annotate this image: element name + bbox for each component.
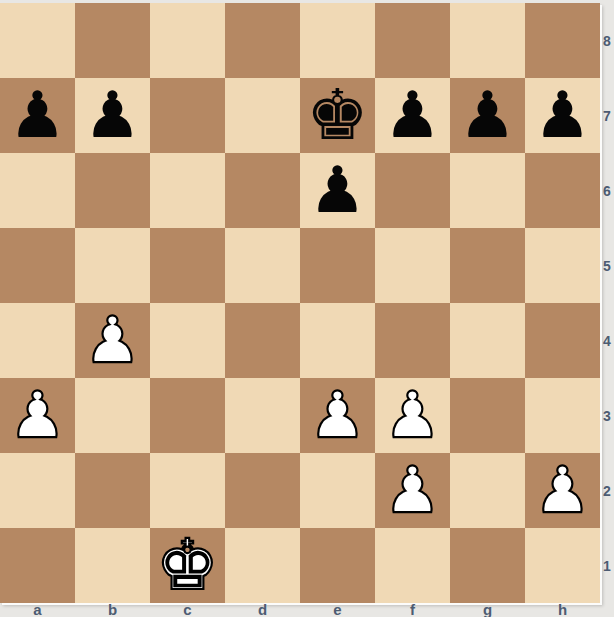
square-b4[interactable]: ♟ — [75, 303, 150, 378]
square-h4[interactable] — [525, 303, 600, 378]
square-g5[interactable] — [450, 228, 525, 303]
file-label-g: g — [450, 602, 525, 617]
square-d5[interactable] — [225, 228, 300, 303]
white-pawn[interactable]: ♟ — [309, 378, 366, 453]
square-e4[interactable] — [300, 303, 375, 378]
square-c6[interactable] — [150, 153, 225, 228]
square-f6[interactable] — [375, 153, 450, 228]
square-h3[interactable] — [525, 378, 600, 453]
square-e8[interactable] — [300, 3, 375, 78]
square-f3[interactable]: ♟ — [375, 378, 450, 453]
square-g3[interactable] — [450, 378, 525, 453]
square-g4[interactable] — [450, 303, 525, 378]
square-d4[interactable] — [225, 303, 300, 378]
white-pawn[interactable]: ♟ — [384, 453, 441, 528]
square-d6[interactable] — [225, 153, 300, 228]
file-label-a: a — [0, 602, 75, 617]
square-a5[interactable] — [0, 228, 75, 303]
square-a4[interactable] — [0, 303, 75, 378]
square-e5[interactable] — [300, 228, 375, 303]
square-f5[interactable] — [375, 228, 450, 303]
rank-coordinates: 87654321 — [600, 3, 614, 603]
rank-label-2: 2 — [600, 453, 614, 528]
square-a2[interactable] — [0, 453, 75, 528]
rank-label-4: 4 — [600, 303, 614, 378]
square-a7[interactable]: ♟ — [0, 78, 75, 153]
square-a6[interactable] — [0, 153, 75, 228]
square-g1[interactable] — [450, 528, 525, 603]
file-coordinates: abcdefgh — [0, 602, 600, 617]
square-h2[interactable]: ♟ — [525, 453, 600, 528]
rank-label-8: 8 — [600, 3, 614, 78]
square-e3[interactable]: ♟ — [300, 378, 375, 453]
square-e1[interactable] — [300, 528, 375, 603]
square-g2[interactable] — [450, 453, 525, 528]
file-label-d: d — [225, 602, 300, 617]
square-e2[interactable] — [300, 453, 375, 528]
square-e6[interactable]: ♟ — [300, 153, 375, 228]
white-pawn[interactable]: ♟ — [9, 378, 66, 453]
file-label-b: b — [75, 602, 150, 617]
square-b2[interactable] — [75, 453, 150, 528]
file-label-h: h — [525, 602, 600, 617]
file-label-c: c — [150, 602, 225, 617]
square-f1[interactable] — [375, 528, 450, 603]
square-d7[interactable] — [225, 78, 300, 153]
black-pawn[interactable]: ♟ — [84, 78, 141, 153]
square-a8[interactable] — [0, 3, 75, 78]
rank-label-6: 6 — [600, 153, 614, 228]
square-b5[interactable] — [75, 228, 150, 303]
square-c8[interactable] — [150, 3, 225, 78]
square-c7[interactable] — [150, 78, 225, 153]
square-h7[interactable]: ♟ — [525, 78, 600, 153]
black-pawn[interactable]: ♟ — [9, 78, 66, 153]
square-f4[interactable] — [375, 303, 450, 378]
black-king[interactable]: ♚ — [306, 78, 369, 153]
square-g7[interactable]: ♟ — [450, 78, 525, 153]
square-a1[interactable] — [0, 528, 75, 603]
file-label-e: e — [300, 602, 375, 617]
black-pawn[interactable]: ♟ — [309, 153, 366, 228]
square-h1[interactable] — [525, 528, 600, 603]
rank-label-3: 3 — [600, 378, 614, 453]
square-b7[interactable]: ♟ — [75, 78, 150, 153]
chess-board: ♟♟♚♟♟♟♟♟♟♟♟♟♟♚ — [0, 3, 600, 603]
square-b6[interactable] — [75, 153, 150, 228]
square-g6[interactable] — [450, 153, 525, 228]
square-d1[interactable] — [225, 528, 300, 603]
rank-label-1: 1 — [600, 528, 614, 603]
black-pawn[interactable]: ♟ — [459, 78, 516, 153]
square-g8[interactable] — [450, 3, 525, 78]
square-a3[interactable]: ♟ — [0, 378, 75, 453]
square-e7[interactable]: ♚ — [300, 78, 375, 153]
square-c4[interactable] — [150, 303, 225, 378]
square-c1[interactable]: ♚ — [150, 528, 225, 603]
file-label-f: f — [375, 602, 450, 617]
square-d2[interactable] — [225, 453, 300, 528]
square-h5[interactable] — [525, 228, 600, 303]
square-b8[interactable] — [75, 3, 150, 78]
square-d8[interactable] — [225, 3, 300, 78]
square-c5[interactable] — [150, 228, 225, 303]
square-c2[interactable] — [150, 453, 225, 528]
square-b3[interactable] — [75, 378, 150, 453]
white-pawn[interactable]: ♟ — [84, 303, 141, 378]
square-c3[interactable] — [150, 378, 225, 453]
black-pawn[interactable]: ♟ — [534, 78, 591, 153]
black-pawn[interactable]: ♟ — [384, 78, 441, 153]
square-b1[interactable] — [75, 528, 150, 603]
rank-label-5: 5 — [600, 228, 614, 303]
square-h6[interactable] — [525, 153, 600, 228]
white-pawn[interactable]: ♟ — [384, 378, 441, 453]
square-h8[interactable] — [525, 3, 600, 78]
square-f8[interactable] — [375, 3, 450, 78]
white-pawn[interactable]: ♟ — [534, 453, 591, 528]
square-d3[interactable] — [225, 378, 300, 453]
square-f2[interactable]: ♟ — [375, 453, 450, 528]
square-f7[interactable]: ♟ — [375, 78, 450, 153]
rank-label-7: 7 — [600, 78, 614, 153]
white-king[interactable]: ♚ — [156, 528, 219, 603]
